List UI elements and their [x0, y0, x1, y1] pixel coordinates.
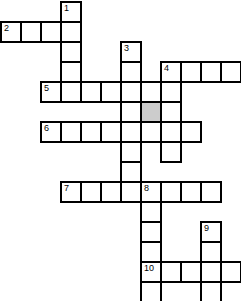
clue-number-1: 1 — [64, 4, 69, 12]
cell-r6-c4[interactable] — [80, 121, 102, 143]
cell-r12-c10[interactable] — [200, 241, 222, 263]
cell-r9-c9[interactable] — [180, 181, 202, 203]
cell-r9-c4[interactable] — [80, 181, 102, 203]
cell-r11-c7[interactable] — [140, 221, 162, 243]
cell-r7-c6[interactable] — [120, 141, 142, 163]
cell-r4-c5[interactable] — [100, 81, 122, 103]
cell-r8-c6[interactable] — [120, 161, 142, 183]
cell-r6-c2[interactable]: 6 — [40, 121, 62, 143]
crossword-board: 12345678910 — [0, 1, 241, 301]
clue-number-2: 2 — [4, 24, 9, 32]
cell-r4-c6[interactable] — [120, 81, 142, 103]
cell-r4-c7[interactable] — [140, 81, 162, 103]
clue-number-8: 8 — [144, 184, 149, 192]
cell-r6-c9[interactable] — [180, 121, 202, 143]
clue-number-4: 4 — [164, 64, 169, 72]
cell-r13-c10[interactable] — [200, 261, 222, 283]
cell-r14-c10[interactable] — [200, 281, 222, 301]
cell-r6-c3[interactable] — [60, 121, 82, 143]
cell-r1-c1[interactable] — [20, 21, 42, 43]
cell-r13-c7[interactable]: 10 — [140, 261, 162, 283]
shaded-cell-r5-c7 — [140, 101, 162, 123]
cell-r3-c6[interactable] — [120, 61, 142, 83]
cell-r1-c2[interactable] — [40, 21, 62, 43]
cell-r9-c3[interactable]: 7 — [60, 181, 82, 203]
cell-r13-c8[interactable] — [160, 261, 182, 283]
cell-r7-c8[interactable] — [160, 141, 182, 163]
cell-r9-c5[interactable] — [100, 181, 122, 203]
cell-r13-c11[interactable] — [220, 261, 241, 283]
cell-r4-c2[interactable]: 5 — [40, 81, 62, 103]
cell-r9-c7[interactable]: 8 — [140, 181, 162, 203]
cell-r6-c6[interactable] — [120, 121, 142, 143]
cell-r2-c3[interactable] — [60, 41, 82, 63]
cell-r6-c7[interactable] — [140, 121, 162, 143]
clue-number-5: 5 — [44, 84, 49, 92]
cell-r14-c7[interactable] — [140, 281, 162, 301]
cell-r6-c5[interactable] — [100, 121, 122, 143]
cell-r10-c7[interactable] — [140, 201, 162, 223]
cell-r1-c0[interactable]: 2 — [0, 21, 22, 43]
cell-r3-c8[interactable]: 4 — [160, 61, 182, 83]
cell-r3-c11[interactable] — [220, 61, 241, 83]
cell-r5-c6[interactable] — [120, 101, 142, 123]
cell-r11-c10[interactable]: 9 — [200, 221, 222, 243]
cell-r9-c10[interactable] — [200, 181, 222, 203]
clue-number-10: 10 — [144, 264, 154, 272]
cell-r0-c3[interactable]: 1 — [60, 1, 82, 23]
cell-r4-c4[interactable] — [80, 81, 102, 103]
cell-r3-c9[interactable] — [180, 61, 202, 83]
cell-r2-c6[interactable]: 3 — [120, 41, 142, 63]
cell-r4-c3[interactable] — [60, 81, 82, 103]
clue-number-6: 6 — [44, 124, 49, 132]
cell-r6-c8[interactable] — [160, 121, 182, 143]
clue-number-9: 9 — [204, 224, 209, 232]
cell-r13-c9[interactable] — [180, 261, 202, 283]
cell-r5-c8[interactable] — [160, 101, 182, 123]
cell-r3-c3[interactable] — [60, 61, 82, 83]
cell-r12-c7[interactable] — [140, 241, 162, 263]
clue-number-3: 3 — [124, 44, 129, 52]
cell-r9-c6[interactable] — [120, 181, 142, 203]
cell-r3-c10[interactable] — [200, 61, 222, 83]
clue-number-7: 7 — [64, 184, 69, 192]
cell-r4-c8[interactable] — [160, 81, 182, 103]
cell-r9-c8[interactable] — [160, 181, 182, 203]
cell-r1-c3[interactable] — [60, 21, 82, 43]
